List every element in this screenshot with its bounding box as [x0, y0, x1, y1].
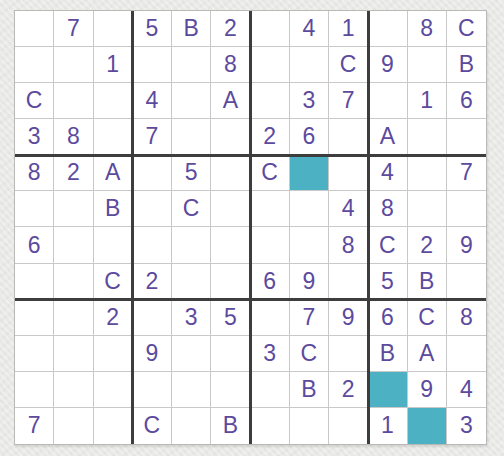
cell-r4c6[interactable] — [211, 119, 250, 155]
cell-r1c9[interactable]: 1 — [329, 11, 368, 47]
cell-r9c3[interactable]: 2 — [94, 300, 133, 336]
cell-r1c11[interactable]: 8 — [408, 11, 447, 47]
cell-r5c2[interactable]: 2 — [54, 155, 93, 191]
cell-r5c12[interactable]: 7 — [447, 155, 486, 191]
cell-r6c4[interactable] — [133, 191, 172, 227]
cell-r2c2[interactable] — [54, 47, 93, 83]
cell-r3c11[interactable]: 1 — [408, 83, 447, 119]
cell-r7c12[interactable]: 9 — [447, 227, 486, 263]
cell-r5c5[interactable]: 5 — [172, 155, 211, 191]
cell-r1c4[interactable]: 5 — [133, 11, 172, 47]
cell-r2c6[interactable]: 8 — [211, 47, 250, 83]
cell-r12c2[interactable] — [54, 408, 93, 444]
cell-r10c8[interactable]: C — [290, 336, 329, 372]
cell-r4c3[interactable] — [94, 119, 133, 155]
cell-r7c7[interactable] — [251, 227, 290, 263]
cell-r8c4[interactable]: 2 — [133, 264, 172, 300]
cell-r10c6[interactable] — [211, 336, 250, 372]
cell-r2c3[interactable]: 1 — [94, 47, 133, 83]
cell-r4c1[interactable]: 3 — [15, 119, 54, 155]
cell-r4c7[interactable]: 2 — [251, 119, 290, 155]
cell-r6c3[interactable]: B — [94, 191, 133, 227]
cell-r8c2[interactable] — [54, 264, 93, 300]
cell-r9c2[interactable] — [54, 300, 93, 336]
cell-r8c12[interactable] — [447, 264, 486, 300]
cell-r12c6[interactable]: B — [211, 408, 250, 444]
cell-r11c9[interactable]: 2 — [329, 372, 368, 408]
cell-r4c12[interactable] — [447, 119, 486, 155]
cell-r7c6[interactable] — [211, 227, 250, 263]
cell-r11c11[interactable]: 9 — [408, 372, 447, 408]
cell-r5c9[interactable] — [329, 155, 368, 191]
cell-r5c6[interactable] — [211, 155, 250, 191]
cell-r7c1[interactable]: 6 — [15, 227, 54, 263]
cell-r9c7[interactable] — [251, 300, 290, 336]
cell-r9c10[interactable]: 6 — [368, 300, 407, 336]
cell-r3c4[interactable]: 4 — [133, 83, 172, 119]
cell-r6c6[interactable] — [211, 191, 250, 227]
cell-r8c1[interactable] — [15, 264, 54, 300]
cell-r9c1[interactable] — [15, 300, 54, 336]
cell-r10c10[interactable]: B — [368, 336, 407, 372]
cell-r1c7[interactable] — [251, 11, 290, 47]
cell-r2c9[interactable]: C — [329, 47, 368, 83]
cell-r2c11[interactable] — [408, 47, 447, 83]
cell-r12c3[interactable] — [94, 408, 133, 444]
cell-r1c5[interactable]: B — [172, 11, 211, 47]
cell-r3c12[interactable]: 6 — [447, 83, 486, 119]
cell-r9c12[interactable]: 8 — [447, 300, 486, 336]
cell-r11c10[interactable] — [368, 372, 407, 408]
cell-r6c8[interactable] — [290, 191, 329, 227]
cell-r4c8[interactable]: 6 — [290, 119, 329, 155]
cell-r5c11[interactable] — [408, 155, 447, 191]
cell-r12c4[interactable]: C — [133, 408, 172, 444]
cell-r7c5[interactable] — [172, 227, 211, 263]
cell-r2c4[interactable] — [133, 47, 172, 83]
cell-r3c7[interactable] — [251, 83, 290, 119]
cell-r3c9[interactable]: 7 — [329, 83, 368, 119]
cell-r2c8[interactable] — [290, 47, 329, 83]
sudoku-board-cells: 75B2418C18C9BC4A371638726A82A5C47BC4868C… — [15, 11, 486, 444]
cell-r9c5[interactable]: 3 — [172, 300, 211, 336]
cell-r7c4[interactable] — [133, 227, 172, 263]
cell-r10c7[interactable]: 3 — [251, 336, 290, 372]
cell-r1c2[interactable]: 7 — [54, 11, 93, 47]
cell-r6c12[interactable] — [447, 191, 486, 227]
cell-r7c9[interactable]: 8 — [329, 227, 368, 263]
cell-r8c8[interactable]: 9 — [290, 264, 329, 300]
cell-r5c10[interactable]: 4 — [368, 155, 407, 191]
cell-r10c2[interactable] — [54, 336, 93, 372]
cell-r3c2[interactable] — [54, 83, 93, 119]
cell-r12c5[interactable] — [172, 408, 211, 444]
cell-r5c7[interactable]: C — [251, 155, 290, 191]
cell-r3c1[interactable]: C — [15, 83, 54, 119]
cell-r2c7[interactable] — [251, 47, 290, 83]
cell-r11c4[interactable] — [133, 372, 172, 408]
cell-r3c5[interactable] — [172, 83, 211, 119]
cell-r11c3[interactable] — [94, 372, 133, 408]
cell-r6c10[interactable]: 8 — [368, 191, 407, 227]
cell-r11c7[interactable] — [251, 372, 290, 408]
cell-r5c3[interactable]: A — [94, 155, 133, 191]
cell-r8c6[interactable] — [211, 264, 250, 300]
cell-r11c12[interactable]: 4 — [447, 372, 486, 408]
cell-r7c11[interactable]: 2 — [408, 227, 447, 263]
cell-r3c6[interactable]: A — [211, 83, 250, 119]
cell-r9c8[interactable]: 7 — [290, 300, 329, 336]
cell-r9c6[interactable]: 5 — [211, 300, 250, 336]
cell-r10c1[interactable] — [15, 336, 54, 372]
cell-r10c11[interactable]: A — [408, 336, 447, 372]
cell-r1c12[interactable]: C — [447, 11, 486, 47]
cell-r7c10[interactable]: C — [368, 227, 407, 263]
cell-r4c2[interactable]: 8 — [54, 119, 93, 155]
cell-r9c11[interactable]: C — [408, 300, 447, 336]
cell-r6c9[interactable]: 4 — [329, 191, 368, 227]
cell-r1c1[interactable] — [15, 11, 54, 47]
cell-r4c4[interactable]: 7 — [133, 119, 172, 155]
cell-r7c8[interactable] — [290, 227, 329, 263]
cell-r12c12[interactable]: 3 — [447, 408, 486, 444]
cell-r6c2[interactable] — [54, 191, 93, 227]
cell-r12c8[interactable] — [290, 408, 329, 444]
cell-r11c8[interactable]: B — [290, 372, 329, 408]
cell-r9c4[interactable] — [133, 300, 172, 336]
cell-r1c8[interactable]: 4 — [290, 11, 329, 47]
cell-r1c3[interactable] — [94, 11, 133, 47]
cell-r7c3[interactable] — [94, 227, 133, 263]
cell-r10c3[interactable] — [94, 336, 133, 372]
cell-r8c7[interactable]: 6 — [251, 264, 290, 300]
cell-r12c9[interactable] — [329, 408, 368, 444]
cell-r5c4[interactable] — [133, 155, 172, 191]
cell-r6c11[interactable] — [408, 191, 447, 227]
cell-r8c9[interactable] — [329, 264, 368, 300]
cell-r6c1[interactable] — [15, 191, 54, 227]
cell-r8c3[interactable]: C — [94, 264, 133, 300]
cell-r4c10[interactable]: A — [368, 119, 407, 155]
cell-r8c10[interactable]: 5 — [368, 264, 407, 300]
cell-r2c1[interactable] — [15, 47, 54, 83]
cell-r2c12[interactable]: B — [447, 47, 486, 83]
cell-r10c5[interactable] — [172, 336, 211, 372]
cell-r2c5[interactable] — [172, 47, 211, 83]
cell-r6c5[interactable]: C — [172, 191, 211, 227]
cell-r5c8[interactable] — [290, 155, 329, 191]
cell-r4c11[interactable] — [408, 119, 447, 155]
cell-r11c1[interactable] — [15, 372, 54, 408]
sudoku-board: 75B2418C18C9BC4A371638726A82A5C47BC4868C… — [14, 10, 487, 445]
cell-r8c11[interactable]: B — [408, 264, 447, 300]
cell-r6c7[interactable] — [251, 191, 290, 227]
cell-r4c5[interactable] — [172, 119, 211, 155]
cell-r5c1[interactable]: 8 — [15, 155, 54, 191]
cell-r12c11[interactable] — [408, 408, 447, 444]
cell-r9c9[interactable]: 9 — [329, 300, 368, 336]
cell-r10c9[interactable] — [329, 336, 368, 372]
cell-r11c5[interactable] — [172, 372, 211, 408]
cell-r11c2[interactable] — [54, 372, 93, 408]
cell-r3c10[interactable] — [368, 83, 407, 119]
cell-r12c7[interactable] — [251, 408, 290, 444]
cell-r3c3[interactable] — [94, 83, 133, 119]
cell-r11c6[interactable] — [211, 372, 250, 408]
cell-r10c12[interactable] — [447, 336, 486, 372]
cell-r4c9[interactable] — [329, 119, 368, 155]
cell-r1c6[interactable]: 2 — [211, 11, 250, 47]
cell-r8c5[interactable] — [172, 264, 211, 300]
cell-r1c10[interactable] — [368, 11, 407, 47]
cell-r2c10[interactable]: 9 — [368, 47, 407, 83]
cell-r7c2[interactable] — [54, 227, 93, 263]
cell-r3c8[interactable]: 3 — [290, 83, 329, 119]
cell-r12c1[interactable]: 7 — [15, 408, 54, 444]
cell-r10c4[interactable]: 9 — [133, 336, 172, 372]
cell-r12c10[interactable]: 1 — [368, 408, 407, 444]
